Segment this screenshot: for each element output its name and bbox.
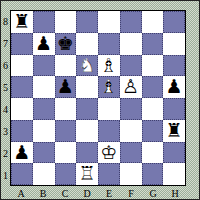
square-e3[interactable]	[98, 120, 120, 142]
square-a1[interactable]	[11, 163, 33, 185]
rank-label-7: 7	[1, 32, 10, 54]
square-b4[interactable]	[33, 98, 55, 120]
piece-white-knight: ♞♘	[76, 55, 98, 77]
square-a3[interactable]	[11, 120, 33, 142]
file-label-h: H	[164, 186, 186, 200]
square-b5[interactable]	[33, 76, 55, 98]
square-c4[interactable]	[55, 98, 77, 120]
square-g4[interactable]	[142, 98, 164, 120]
square-h8[interactable]	[163, 11, 185, 33]
square-d1[interactable]: ♜♖	[76, 163, 98, 185]
piece-black-pawn: ♟	[11, 142, 33, 164]
square-b8[interactable]	[33, 11, 55, 33]
piece-black-pawn: ♟	[55, 76, 77, 98]
square-g8[interactable]	[142, 11, 164, 33]
square-f3[interactable]	[120, 120, 142, 142]
rank-label-8: 8	[1, 10, 10, 32]
square-e4[interactable]	[98, 98, 120, 120]
square-f6[interactable]	[120, 55, 142, 77]
file-label-e: E	[98, 186, 120, 200]
file-label-c: C	[54, 186, 76, 200]
square-d6[interactable]: ♞♘	[76, 55, 98, 77]
piece-black-king: ♚	[55, 33, 77, 55]
square-h5[interactable]: ♟	[163, 76, 185, 98]
square-d4[interactable]	[76, 98, 98, 120]
rank-label-3: 3	[1, 120, 10, 142]
square-a2[interactable]: ♟	[11, 142, 33, 164]
piece-white-rook: ♜♖	[76, 163, 98, 185]
file-label-b: B	[32, 186, 54, 200]
square-c5[interactable]: ♟	[55, 76, 77, 98]
piece-black-rook: ♜	[11, 11, 33, 33]
square-f8[interactable]	[120, 11, 142, 33]
file-label-f: F	[120, 186, 142, 200]
square-f5[interactable]: ♟♙	[120, 76, 142, 98]
chess-board-widget: 87654321 ♜♟♚♞♘♝♗♟♝♗♟♙♟♜♟♚♔♜♖ ABCDEFGH	[0, 0, 200, 200]
square-a6[interactable]	[11, 55, 33, 77]
square-d2[interactable]	[76, 142, 98, 164]
file-label-d: D	[76, 186, 98, 200]
square-a8[interactable]: ♜	[11, 11, 33, 33]
square-g5[interactable]	[142, 76, 164, 98]
square-f2[interactable]	[120, 142, 142, 164]
square-e6[interactable]: ♝♗	[98, 55, 120, 77]
square-c6[interactable]	[55, 55, 77, 77]
square-f7[interactable]	[120, 33, 142, 55]
piece-white-bishop: ♝♗	[98, 76, 120, 98]
square-e7[interactable]	[98, 33, 120, 55]
square-f4[interactable]	[120, 98, 142, 120]
square-g2[interactable]	[142, 142, 164, 164]
square-e1[interactable]	[98, 163, 120, 185]
piece-white-king: ♚♔	[98, 142, 120, 164]
square-e8[interactable]	[98, 11, 120, 33]
square-b2[interactable]	[33, 142, 55, 164]
piece-white-pawn: ♟♙	[120, 76, 142, 98]
square-a5[interactable]	[11, 76, 33, 98]
square-d7[interactable]	[76, 33, 98, 55]
square-b6[interactable]	[33, 55, 55, 77]
file-labels: ABCDEFGH	[10, 186, 186, 200]
square-e5[interactable]: ♝♗	[98, 76, 120, 98]
file-label-a: A	[10, 186, 32, 200]
square-c7[interactable]: ♚	[55, 33, 77, 55]
square-b1[interactable]	[33, 163, 55, 185]
rank-label-2: 2	[1, 142, 10, 164]
square-c8[interactable]	[55, 11, 77, 33]
square-d5[interactable]	[76, 76, 98, 98]
square-h1[interactable]	[163, 163, 185, 185]
square-a7[interactable]	[11, 33, 33, 55]
rank-labels: 87654321	[1, 10, 10, 186]
square-d8[interactable]	[76, 11, 98, 33]
piece-black-pawn: ♟	[163, 76, 185, 98]
piece-black-pawn: ♟	[33, 33, 55, 55]
square-g1[interactable]	[142, 163, 164, 185]
rank-label-6: 6	[1, 54, 10, 76]
square-e2[interactable]: ♚♔	[98, 142, 120, 164]
rank-label-4: 4	[1, 98, 10, 120]
square-c2[interactable]	[55, 142, 77, 164]
square-g7[interactable]	[142, 33, 164, 55]
piece-black-rook: ♜	[163, 120, 185, 142]
square-g3[interactable]	[142, 120, 164, 142]
square-g6[interactable]	[142, 55, 164, 77]
file-label-g: G	[142, 186, 164, 200]
square-c1[interactable]	[55, 163, 77, 185]
piece-white-bishop: ♝♗	[98, 55, 120, 77]
square-d3[interactable]	[76, 120, 98, 142]
square-h6[interactable]	[163, 55, 185, 77]
square-h2[interactable]	[163, 142, 185, 164]
square-f1[interactable]	[120, 163, 142, 185]
square-a4[interactable]	[11, 98, 33, 120]
square-h4[interactable]	[163, 98, 185, 120]
square-h3[interactable]: ♜	[163, 120, 185, 142]
rank-label-1: 1	[1, 164, 10, 186]
square-b3[interactable]	[33, 120, 55, 142]
chess-board: ♜♟♚♞♘♝♗♟♝♗♟♙♟♜♟♚♔♜♖	[10, 10, 186, 186]
square-c3[interactable]	[55, 120, 77, 142]
rank-label-5: 5	[1, 76, 10, 98]
square-b7[interactable]: ♟	[33, 33, 55, 55]
square-h7[interactable]	[163, 33, 185, 55]
